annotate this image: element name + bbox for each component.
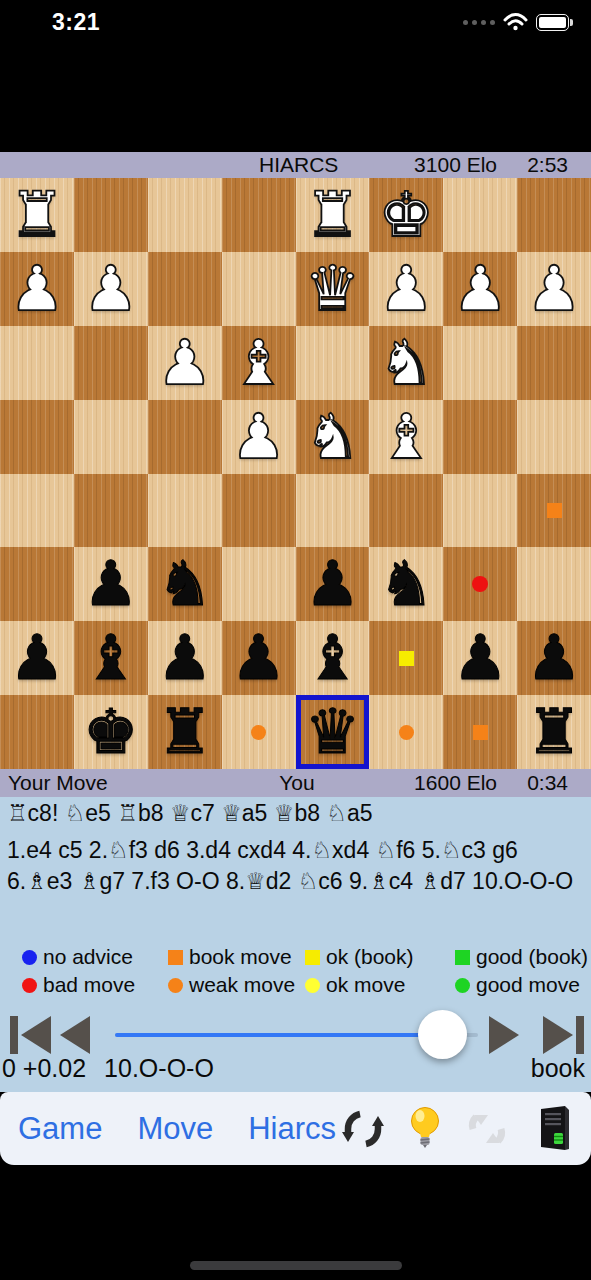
square-d1[interactable]: ♜	[296, 178, 370, 252]
piece-bP: ♟	[231, 623, 287, 693]
square-e1[interactable]	[222, 178, 296, 252]
square-b5[interactable]	[443, 474, 517, 548]
square-f1[interactable]	[148, 178, 222, 252]
legend-circle-icon	[22, 978, 37, 993]
previous-move-button[interactable]	[60, 1016, 90, 1054]
move-menu-button[interactable]: Move	[137, 1111, 213, 1147]
engine-server-icon[interactable]	[535, 1105, 573, 1153]
square-g5[interactable]	[74, 474, 148, 548]
legend-label: ok (book)	[326, 945, 414, 969]
engine-clock: 2:53	[527, 153, 568, 177]
advice-line: ♖c8! ♘e5 ♖b8 ♕c7 ♕a5 ♕b8 ♘a5	[7, 800, 373, 827]
square-a4[interactable]	[517, 400, 591, 474]
move-list: 1.e4 c5 2.♘f3 d6 3.d4 cxd4 4.♘xd4 ♘f6 5.…	[7, 835, 585, 897]
evaluation-value: 0 +0.02	[2, 1054, 86, 1082]
advice-marker-orange-square	[547, 503, 562, 518]
square-c8[interactable]	[369, 695, 443, 769]
legend-item: weak move	[168, 973, 305, 997]
legend-item: book move	[168, 945, 305, 969]
piece-wR: ♜	[305, 180, 361, 250]
square-c2[interactable]: ♟	[369, 252, 443, 326]
square-a7[interactable]: ♟	[517, 621, 591, 695]
square-g7[interactable]: ♝	[74, 621, 148, 695]
legend-label: weak move	[189, 973, 295, 997]
square-g6[interactable]: ♟	[74, 547, 148, 621]
legend-circle-icon	[455, 978, 470, 993]
square-b6[interactable]	[443, 547, 517, 621]
piece-wN: ♞	[305, 402, 361, 472]
piece-wP: ♟	[231, 402, 287, 472]
legend-circle-icon	[168, 978, 183, 993]
piece-bB: ♝	[83, 623, 139, 693]
legend-item: ok move	[305, 973, 455, 997]
legend-label: ok move	[326, 973, 405, 997]
legend-square-icon	[305, 950, 320, 965]
piece-bQ: ♛	[305, 697, 361, 767]
legend-square-icon	[455, 950, 470, 965]
piece-bP: ♟	[305, 549, 361, 619]
square-a3[interactable]	[517, 326, 591, 400]
clock-time: 3:21	[52, 9, 100, 36]
square-g4[interactable]	[74, 400, 148, 474]
app-screen: 3:21 HIARCS 3100 Elo 2:53 ♜♜♚♟♟♛♟♟♟♟♝♞♟♞…	[0, 0, 591, 1280]
piece-bP: ♟	[83, 549, 139, 619]
square-h5[interactable]	[0, 474, 74, 548]
piece-wR: ♜	[9, 180, 65, 250]
player-elo: 1600 Elo	[414, 771, 497, 795]
square-d7[interactable]: ♝	[296, 621, 370, 695]
player-clock: 0:34	[527, 771, 568, 795]
legend-label: good move	[476, 973, 580, 997]
skip-to-end-button[interactable]	[543, 1016, 584, 1054]
wifi-icon	[503, 13, 528, 31]
square-b8[interactable]	[443, 695, 517, 769]
piece-wP: ♟	[379, 254, 435, 324]
legend-item: bad move	[22, 973, 168, 997]
player-name: You	[279, 771, 314, 795]
legend-item: ok (book)	[305, 945, 455, 969]
turn-status: Your Move	[8, 771, 108, 795]
piece-bR: ♜	[157, 697, 213, 767]
square-c4[interactable]: ♝	[369, 400, 443, 474]
square-d2[interactable]: ♛	[296, 252, 370, 326]
square-d6[interactable]: ♟	[296, 547, 370, 621]
piece-bK: ♚	[83, 697, 139, 767]
square-f2[interactable]	[148, 252, 222, 326]
piece-bB: ♝	[305, 623, 361, 693]
legend-label: book move	[189, 945, 292, 969]
square-e7[interactable]: ♟	[222, 621, 296, 695]
square-b7[interactable]: ♟	[443, 621, 517, 695]
piece-bP: ♟	[526, 623, 582, 693]
square-a1[interactable]	[517, 178, 591, 252]
piece-bN: ♞	[379, 549, 435, 619]
square-c1[interactable]: ♚	[369, 178, 443, 252]
square-f6[interactable]: ♞	[148, 547, 222, 621]
legend-item: no advice	[22, 945, 168, 969]
square-a5[interactable]	[517, 474, 591, 548]
evaluation-row: 0 +0.0210.O-O-O book	[2, 1054, 587, 1083]
piece-wK: ♚	[379, 180, 435, 250]
legend-item: good move	[455, 973, 591, 997]
player-bar: Your Move You 1600 Elo 0:34	[0, 769, 591, 797]
status-bar: 3:21	[0, 0, 591, 44]
square-b1[interactable]	[443, 178, 517, 252]
hint-lightbulb-icon[interactable]	[407, 1106, 443, 1152]
square-d8[interactable]: ♛	[296, 695, 370, 769]
square-c5[interactable]	[369, 474, 443, 548]
square-f3[interactable]: ♟	[148, 326, 222, 400]
square-f7[interactable]: ♟	[148, 621, 222, 695]
move-slider-thumb[interactable]	[418, 1010, 467, 1059]
game-menu-button[interactable]: Game	[18, 1111, 102, 1147]
square-b2[interactable]: ♟	[443, 252, 517, 326]
square-a8[interactable]: ♜	[517, 695, 591, 769]
battery-icon	[536, 14, 569, 31]
square-e2[interactable]	[222, 252, 296, 326]
piece-wB: ♝	[379, 402, 435, 472]
piece-wQ: ♛	[305, 254, 361, 324]
square-e8[interactable]	[222, 695, 296, 769]
square-h3[interactable]	[0, 326, 74, 400]
square-g3[interactable]	[74, 326, 148, 400]
square-h1[interactable]: ♜	[0, 178, 74, 252]
square-e3[interactable]: ♝	[222, 326, 296, 400]
legend-label: bad move	[43, 973, 135, 997]
piece-bP: ♟	[452, 623, 508, 693]
advice-marker-yellow-square	[399, 651, 414, 666]
legend-circle-icon	[22, 950, 37, 965]
square-f8[interactable]: ♜	[148, 695, 222, 769]
piece-wP: ♟	[526, 254, 582, 324]
square-h6[interactable]	[0, 547, 74, 621]
piece-wP: ♟	[83, 254, 139, 324]
square-g8[interactable]: ♚	[74, 695, 148, 769]
square-e4[interactable]: ♟	[222, 400, 296, 474]
legend-circle-icon	[305, 978, 320, 993]
legend-label: good (book)	[476, 945, 588, 969]
piece-wP: ♟	[9, 254, 65, 324]
square-e5[interactable]	[222, 474, 296, 548]
square-c6[interactable]: ♞	[369, 547, 443, 621]
square-a2[interactable]: ♟	[517, 252, 591, 326]
hiarcs-menu-button[interactable]: Hiarcs	[248, 1111, 336, 1147]
move-slider-fill	[115, 1033, 442, 1037]
piece-wB: ♝	[231, 328, 287, 398]
engine-name: HIARCS	[259, 153, 338, 177]
legend-label: no advice	[43, 945, 133, 969]
piece-wP: ♟	[157, 328, 213, 398]
current-move-label: 10.O-O-O	[104, 1054, 214, 1082]
square-b4[interactable]	[443, 400, 517, 474]
square-c7[interactable]	[369, 621, 443, 695]
cellular-dots-icon	[463, 20, 495, 25]
square-g1[interactable]	[74, 178, 148, 252]
legend-row-1: no advicebook moveok (book)good (book)	[0, 945, 591, 969]
piece-wN: ♞	[379, 328, 435, 398]
square-g2[interactable]: ♟	[74, 252, 148, 326]
square-c3[interactable]: ♞	[369, 326, 443, 400]
square-h4[interactable]	[0, 400, 74, 474]
advice-marker-orange-square	[473, 725, 488, 740]
piece-bR: ♜	[526, 697, 582, 767]
square-d5[interactable]	[296, 474, 370, 548]
piece-wP: ♟	[452, 254, 508, 324]
switch-sides-icon[interactable]	[341, 1107, 385, 1151]
redo-disabled-icon	[464, 1109, 510, 1149]
next-move-button[interactable]	[489, 1016, 519, 1054]
piece-bN: ♞	[157, 549, 213, 619]
square-f5[interactable]	[148, 474, 222, 548]
square-f4[interactable]	[148, 400, 222, 474]
home-indicator[interactable]	[190, 1261, 402, 1270]
legend-item: good (book)	[455, 945, 591, 969]
analysis-panel: ♖c8! ♘e5 ♖b8 ♕c7 ♕a5 ♕b8 ♘a5 1.e4 c5 2.♘…	[0, 797, 591, 1092]
square-e6[interactable]	[222, 547, 296, 621]
legend-square-icon	[168, 950, 183, 965]
engine-header-bar: HIARCS 3100 Elo 2:53	[0, 152, 591, 178]
legend-row-2: bad moveweak moveok movegood move	[0, 973, 591, 997]
square-b3[interactable]	[443, 326, 517, 400]
advice-marker-orange-dot	[251, 725, 266, 740]
square-h7[interactable]: ♟	[0, 621, 74, 695]
square-h2[interactable]: ♟	[0, 252, 74, 326]
engine-elo: 3100 Elo	[414, 153, 497, 177]
bottom-toolbar: Game Move Hiarcs	[0, 1092, 591, 1165]
square-a6[interactable]	[517, 547, 591, 621]
piece-bP: ♟	[157, 623, 213, 693]
square-d4[interactable]: ♞	[296, 400, 370, 474]
book-label: book	[531, 1054, 585, 1083]
square-h8[interactable]	[0, 695, 74, 769]
advice-marker-red-dot	[472, 576, 488, 592]
advice-marker-orange-dot	[399, 725, 414, 740]
skip-to-start-button[interactable]	[10, 1016, 51, 1054]
square-d3[interactable]	[296, 326, 370, 400]
piece-bP: ♟	[9, 623, 65, 693]
chess-board[interactable]: ♜♜♚♟♟♛♟♟♟♟♝♞♟♞♝♟♞♟♞♟♝♟♟♝♟♟♚♜♛♜	[0, 178, 591, 769]
